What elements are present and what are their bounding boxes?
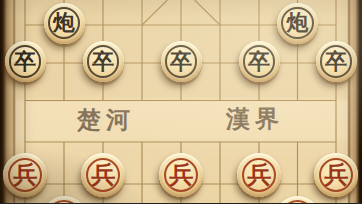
- piece-red-soldier-f4[interactable]: 兵: [159, 153, 203, 197]
- piece-black-soldier-f4[interactable]: 卒: [161, 41, 202, 82]
- piece-glyph: 炮: [44, 3, 85, 44]
- piece-black-cannon-f1[interactable]: 炮: [44, 3, 85, 44]
- piece-glyph: 卒: [161, 41, 202, 82]
- piece-glyph: 兵: [314, 153, 358, 197]
- river-label-han-jie: 漢界: [226, 103, 284, 135]
- piece-glyph: 炮: [277, 3, 318, 44]
- piece-glyph: 卒: [83, 41, 124, 82]
- river-label-chu-he: 楚河: [77, 104, 135, 136]
- piece-black-cannon-f7[interactable]: 炮: [277, 3, 318, 44]
- piece-glyph: 兵: [237, 153, 281, 197]
- piece-black-soldier-f2[interactable]: 卒: [83, 41, 124, 82]
- piece-red-soldier-f8[interactable]: 兵: [314, 153, 358, 197]
- piece-red-cannon-f1[interactable]: 炮: [42, 196, 87, 204]
- piece-glyph: 兵: [159, 153, 203, 197]
- piece-glyph: 炮: [42, 196, 87, 204]
- piece-red-soldier-f6[interactable]: 兵: [237, 153, 281, 197]
- piece-black-soldier-f6[interactable]: 卒: [239, 41, 280, 82]
- piece-red-soldier-f0[interactable]: 兵: [3, 153, 47, 197]
- xiangqi-board: 楚河 漢界 炮炮卒卒卒卒卒兵兵兵兵兵炮炮: [0, 0, 362, 203]
- piece-glyph: 炮: [275, 196, 320, 204]
- piece-glyph: 卒: [5, 41, 46, 82]
- piece-red-soldier-f2[interactable]: 兵: [81, 153, 125, 197]
- piece-glyph: 卒: [316, 41, 357, 82]
- piece-glyph: 兵: [81, 153, 125, 197]
- piece-black-soldier-f0[interactable]: 卒: [5, 41, 46, 82]
- piece-black-soldier-f8[interactable]: 卒: [316, 41, 357, 82]
- piece-red-cannon-f7[interactable]: 炮: [275, 196, 320, 204]
- piece-glyph: 兵: [3, 153, 47, 197]
- piece-glyph: 卒: [239, 41, 280, 82]
